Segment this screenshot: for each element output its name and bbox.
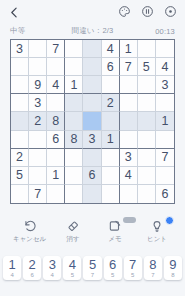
sudoku-cell[interactable]: 1 (47, 167, 65, 185)
sudoku-cell[interactable] (138, 112, 156, 130)
sudoku-cell[interactable] (83, 58, 101, 76)
sudoku-cell[interactable] (47, 185, 65, 203)
sudoku-cell[interactable] (102, 112, 120, 130)
sudoku-cell[interactable]: 4 (120, 167, 138, 185)
sudoku-cell[interactable] (65, 58, 83, 76)
numpad-key-8[interactable]: 87 (144, 256, 162, 280)
sudoku-cell[interactable]: 3 (83, 131, 101, 149)
eraser-icon (66, 219, 80, 233)
numpad-key-2[interactable]: 26 (23, 256, 41, 280)
sudoku-cell[interactable] (65, 167, 83, 185)
sudoku-cell[interactable]: 5 (138, 58, 156, 76)
sudoku-cell[interactable] (29, 58, 47, 76)
numpad-key-6[interactable]: 65 (104, 256, 122, 280)
sudoku-cell[interactable] (138, 167, 156, 185)
sudoku-cell[interactable] (102, 76, 120, 94)
numpad-remaining-count: 5 (131, 272, 134, 279)
sudoku-cell[interactable] (156, 40, 174, 58)
erase-label: 消す (67, 235, 80, 244)
undo-button[interactable]: キャンセル (13, 219, 46, 245)
undo-label: キャンセル (13, 235, 46, 244)
numpad-remaining-count: 4 (10, 272, 13, 279)
sudoku-cell[interactable] (83, 185, 101, 203)
sudoku-cell[interactable] (83, 112, 101, 130)
numpad: 142634455765758798 (3, 256, 182, 280)
sudoku-cell[interactable] (138, 76, 156, 94)
sudoku-cell[interactable] (47, 94, 65, 112)
sudoku-cell[interactable] (102, 185, 120, 203)
numpad-remaining-count: 5 (71, 272, 74, 279)
palette-icon (118, 5, 131, 18)
hint-label: ヒント (147, 235, 167, 244)
header (0, 0, 185, 24)
pause-button[interactable] (140, 4, 154, 18)
memo-icon (108, 219, 122, 233)
sudoku-cell[interactable] (65, 112, 83, 130)
sudoku-cell[interactable] (29, 40, 47, 58)
sudoku-cell[interactable]: 7 (156, 149, 174, 167)
numpad-remaining-count: 7 (151, 272, 154, 279)
numpad-digit: 1 (8, 258, 15, 271)
sudoku-cell[interactable]: 6 (47, 131, 65, 149)
sudoku-cell[interactable]: 5 (11, 167, 29, 185)
theme-button[interactable] (117, 4, 131, 18)
sudoku-cell[interactable] (120, 94, 138, 112)
sudoku-cell[interactable]: 2 (29, 112, 47, 130)
sudoku-cell[interactable]: 6 (83, 167, 101, 185)
sudoku-cell[interactable]: 3 (120, 149, 138, 167)
sudoku-cell[interactable]: 2 (11, 149, 29, 167)
numpad-key-3[interactable]: 34 (43, 256, 61, 280)
numpad-digit: 4 (69, 258, 76, 271)
memo-label: メモ (108, 235, 121, 244)
sudoku-cell[interactable]: 8 (65, 131, 83, 149)
numpad-remaining-count: 5 (111, 272, 114, 279)
sudoku-cell[interactable] (11, 58, 29, 76)
sudoku-cell[interactable]: 4 (156, 58, 174, 76)
numpad-key-5[interactable]: 57 (83, 256, 101, 280)
sudoku-cell[interactable]: 3 (156, 76, 174, 94)
numpad-key-9[interactable]: 98 (164, 256, 182, 280)
sudoku-cell[interactable]: 9 (29, 76, 47, 94)
numpad-digit: 9 (169, 258, 176, 271)
pause-icon (141, 5, 154, 18)
sudoku-cell[interactable] (156, 167, 174, 185)
sudoku-cell[interactable]: 1 (156, 112, 174, 130)
undo-icon (23, 219, 37, 233)
numpad-digit: 3 (49, 258, 56, 271)
sudoku-cell[interactable] (83, 149, 101, 167)
lightbulb-icon (150, 219, 164, 233)
sudoku-cell[interactable] (102, 149, 120, 167)
numpad-digit: 5 (89, 258, 96, 271)
header-icons (117, 4, 177, 18)
numpad-digit: 2 (29, 258, 36, 271)
sudoku-cell[interactable] (102, 167, 120, 185)
sudoku-board: 374167549413322816831237516476 (10, 39, 175, 204)
back-button[interactable] (6, 4, 22, 20)
chevron-left-icon (8, 6, 21, 19)
sudoku-cell[interactable]: 1 (120, 40, 138, 58)
sudoku-cell[interactable] (11, 76, 29, 94)
sudoku-cell[interactable] (120, 185, 138, 203)
memo-toggle-pill (123, 217, 136, 223)
sudoku-cell[interactable] (65, 149, 83, 167)
sudoku-cell[interactable]: 4 (102, 40, 120, 58)
sudoku-cell[interactable] (11, 185, 29, 203)
sudoku-cell[interactable] (83, 76, 101, 94)
hint-button[interactable]: ヒント (142, 219, 172, 245)
record-button[interactable] (163, 4, 177, 18)
numpad-key-7[interactable]: 75 (124, 256, 142, 280)
sudoku-cell[interactable] (65, 94, 83, 112)
status-bar: 中等 間違い：2/3 00:13 (10, 26, 175, 36)
sudoku-cell[interactable] (138, 149, 156, 167)
sudoku-cell[interactable] (138, 131, 156, 149)
sudoku-app: 中等 間違い：2/3 00:13 37416754941332281683123… (0, 0, 185, 296)
numpad-remaining-count: 6 (30, 272, 33, 279)
sudoku-cell[interactable]: 3 (11, 40, 29, 58)
sudoku-cell[interactable] (29, 167, 47, 185)
sudoku-cell[interactable] (47, 58, 65, 76)
numpad-digit: 8 (149, 258, 156, 271)
sudoku-cell[interactable]: 1 (102, 131, 120, 149)
numpad-key-1[interactable]: 14 (3, 256, 21, 280)
numpad-digit: 7 (129, 258, 136, 271)
sudoku-cell[interactable] (138, 94, 156, 112)
sudoku-cell[interactable] (65, 40, 83, 58)
mistakes-counter: 間違い：2/3 (10, 26, 175, 36)
sudoku-cell[interactable] (120, 131, 138, 149)
sudoku-cell[interactable]: 7 (120, 58, 138, 76)
sudoku-cell[interactable] (83, 94, 101, 112)
sudoku-cell[interactable] (138, 185, 156, 203)
sudoku-cell[interactable] (156, 131, 174, 149)
sudoku-cell[interactable] (120, 76, 138, 94)
numpad-key-4[interactable]: 45 (63, 256, 81, 280)
sudoku-cell[interactable] (138, 40, 156, 58)
numpad-remaining-count: 7 (91, 272, 94, 279)
memo-button[interactable]: メモ (100, 219, 130, 245)
sudoku-cell[interactable] (29, 149, 47, 167)
sudoku-cell[interactable]: 4 (47, 76, 65, 94)
numpad-remaining-count: 8 (171, 272, 174, 279)
sudoku-cell[interactable] (11, 131, 29, 149)
sudoku-cell[interactable] (120, 112, 138, 130)
sudoku-cell[interactable] (156, 94, 174, 112)
sudoku-cell[interactable]: 3 (29, 94, 47, 112)
toolbar: キャンセル 消す メモ (0, 219, 185, 245)
hint-badge (165, 216, 174, 225)
sudoku-cell[interactable] (11, 112, 29, 130)
sudoku-cell[interactable]: 6 (102, 58, 120, 76)
sudoku-cell[interactable]: 7 (47, 40, 65, 58)
sudoku-cell[interactable] (11, 94, 29, 112)
numpad-remaining-count: 4 (51, 272, 54, 279)
dot-circle-icon (164, 5, 177, 18)
sudoku-cell[interactable]: 1 (65, 76, 83, 94)
erase-button[interactable]: 消す (58, 219, 88, 245)
sudoku-cell[interactable] (65, 185, 83, 203)
sudoku-cell[interactable]: 7 (29, 185, 47, 203)
sudoku-cell[interactable] (47, 149, 65, 167)
sudoku-cell[interactable]: 8 (47, 112, 65, 130)
sudoku-cell[interactable] (29, 131, 47, 149)
sudoku-cell[interactable] (83, 40, 101, 58)
sudoku-cell[interactable]: 6 (156, 185, 174, 203)
sudoku-cell[interactable]: 2 (102, 94, 120, 112)
numpad-digit: 6 (109, 258, 116, 271)
